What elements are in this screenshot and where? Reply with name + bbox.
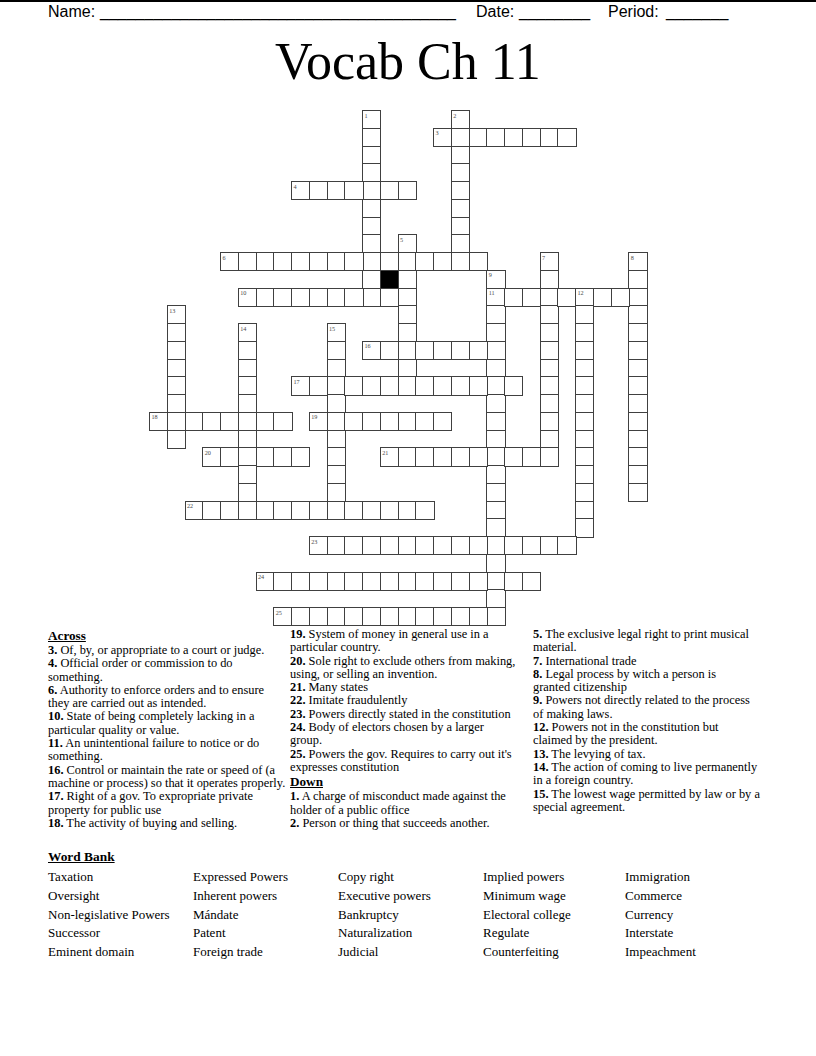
crossword-cell-r18c5[interactable] [238,430,257,449]
crossword-cell-r22c14[interactable] [398,501,417,520]
crossword-cell-r8c22[interactable]: 7 [540,252,559,271]
crossword-cell-r24c12[interactable] [362,536,381,555]
clue-number-10: 10 [240,289,246,296]
crossword-cell-r0c17[interactable]: 2 [451,110,470,129]
crossword-cell-r21c27[interactable] [628,483,647,502]
crossword-cell-r19c14[interactable] [398,447,417,466]
across-heading: Across [48,628,296,643]
crossword-cell-r14c24[interactable] [575,359,594,378]
crossword-cell-r15c1[interactable] [167,376,186,395]
word-bank-item: Copy right [338,868,483,887]
crossword-cell-r1c22[interactable] [540,128,559,147]
crossword-cell-r15c14[interactable] [398,376,417,395]
crossword-cell-r15c15[interactable] [415,376,434,395]
crossword-cell-r24c17[interactable] [451,536,470,555]
across-clue-19: 19. System of money in general use in a … [290,628,534,655]
crossword-cell-r21c10[interactable] [327,483,346,502]
crossword-cell-r17c22[interactable] [540,412,559,431]
crossword-cell-r22c13[interactable] [380,501,399,520]
crossword-cell-r20c24[interactable] [575,465,594,484]
clue-number-4: 4 [294,183,297,190]
crossword-cell-r8c7[interactable] [273,252,292,271]
crossword-cell-r22c2[interactable]: 22 [185,501,204,520]
name-label: Name: [48,3,95,21]
crossword-cell-r10c20[interactable] [504,288,523,307]
crossword-cell-r13c10[interactable] [327,341,346,360]
crossword-cell-r8c15[interactable] [415,252,434,271]
crossword-cell-r21c5[interactable] [238,483,257,502]
crossword-cell-r8c18[interactable] [469,252,488,271]
crossword-cell-r4c9[interactable] [309,181,328,200]
crossword-cell-r8c14[interactable] [398,252,417,271]
crossword-cell-r17c4[interactable] [220,412,239,431]
crossword-cell-r13c27[interactable] [628,341,647,360]
clue-number-13: 13 [169,307,175,314]
crossword-cell-r0c12[interactable]: 1 [362,110,381,129]
crossword-cell-r11c27[interactable] [628,305,647,324]
crossword-cell-r17c10[interactable] [327,412,346,431]
crossword-cell-r19c6[interactable] [256,447,275,466]
crossword-cell-r16c24[interactable] [575,394,594,413]
crossword-cell-r28c13[interactable] [380,607,399,626]
crossword-cell-r12c5[interactable]: 14 [238,323,257,342]
crossword-cell-r28c19[interactable] [486,607,505,626]
crossword-cell-r19c4[interactable] [220,447,239,466]
crossword-cell-r20c27[interactable] [628,465,647,484]
crossword-cell-r20c19[interactable] [486,465,505,484]
crossword-cell-r15c9[interactable] [309,376,328,395]
crossword-cell-r13c13[interactable] [380,341,399,360]
word-bank-item: Successor [48,924,193,943]
crossword-cell-r17c14[interactable] [398,412,417,431]
crossword-cell-r8c17[interactable] [451,252,470,271]
crossword-cell-r6c12[interactable] [362,217,381,236]
crossword-cell-r23c24[interactable] [575,518,594,537]
word-bank-item: Currency [625,906,755,925]
crossword-cell-r11c22[interactable] [540,305,559,324]
crossword-cell-r10c25[interactable] [593,288,612,307]
crossword-cell-r24c20[interactable] [504,536,523,555]
crossword-cell-r28c16[interactable] [433,607,452,626]
word-bank-item: Immigration [625,868,755,887]
crossword-cell-r9c19[interactable]: 9 [486,270,505,289]
word-bank-column-4: Implied powersMinimum wageElectoral coll… [483,868,625,962]
crossword-cell-r28c17[interactable] [451,607,470,626]
crossword-cell-r22c3[interactable] [202,501,221,520]
crossword-cell-r10c11[interactable] [344,288,363,307]
crossword-cell-r11c19[interactable] [486,305,505,324]
crossword-cell-r26c13[interactable] [380,572,399,591]
crossword-cell-r26c14[interactable] [398,572,417,591]
crossword-cell-r17c2[interactable] [185,412,204,431]
crossword-cell-r22c12[interactable] [362,501,381,520]
clue-number-18: 18 [152,413,158,420]
crossword-cell-r14c19[interactable] [486,359,505,378]
crossword-cell-r15c11[interactable] [344,376,363,395]
crossword-cell-r19c20[interactable] [504,447,523,466]
crossword-cell-r10c14[interactable] [398,288,417,307]
crossword-cell-r8c9[interactable] [309,252,328,271]
crossword-cell-r17c5[interactable] [238,412,257,431]
crossword-cell-r24c19[interactable] [486,536,505,555]
crossword-cell-r1c16[interactable]: 3 [433,128,452,147]
crossword-cell-r28c12[interactable] [362,607,381,626]
crossword-cell-r3c17[interactable] [451,163,470,182]
crossword-cell-r26c19[interactable] [486,572,505,591]
crossword-cell-r26c12[interactable] [362,572,381,591]
crossword-cell-r10c22[interactable] [540,288,559,307]
crossword-cell-r1c23[interactable] [557,128,576,147]
crossword-cell-r12c27[interactable] [628,323,647,342]
crossword-cell-r13c5[interactable] [238,341,257,360]
crossword-cell-r26c18[interactable] [469,572,488,591]
crossword-cell-r27c19[interactable] [486,589,505,608]
crossword-cell-r4c10[interactable] [327,181,346,200]
crossword-cell-r9c27[interactable] [628,270,647,289]
crossword-cell-r1c18[interactable] [469,128,488,147]
crossword-cell-r19c15[interactable] [415,447,434,466]
crossword-cell-r15c13[interactable] [380,376,399,395]
crossword-cell-r25c19[interactable] [486,554,505,573]
crossword-cell-r24c11[interactable] [344,536,363,555]
clue-number-20: 20 [205,449,211,456]
word-bank-item: Judicial [338,943,483,962]
crossword-cell-r15c17[interactable] [451,376,470,395]
crossword-cell-r19c5[interactable] [238,447,257,466]
crossword-cell-r17c15[interactable] [415,412,434,431]
crossword-cell-r28c9[interactable] [309,607,328,626]
word-bank-item: Counterfeiting [483,943,625,962]
crossword-cell-r19c17[interactable] [451,447,470,466]
crossword-cell-r4c8[interactable]: 4 [291,181,310,200]
word-bank-heading: Word Bank [48,849,788,864]
crossword-cell-r19c3[interactable]: 20 [202,447,221,466]
crossword-cell-r4c14[interactable] [398,181,417,200]
crossword-cell-r19c7[interactable] [273,447,292,466]
crossword-cell-r18c19[interactable] [486,430,505,449]
crossword-cell-r24c13[interactable] [380,536,399,555]
worksheet-header: Name: __________________________________… [0,2,816,26]
crossword-cell-r19c13[interactable]: 21 [380,447,399,466]
crossword-cell-r10c8[interactable] [291,288,310,307]
crossword-cell-r15c27[interactable] [628,376,647,395]
word-bank-column-3: Copy rightExecutive powersBankruptcyNatu… [338,868,483,962]
crossword-cell-r22c5[interactable] [238,501,257,520]
crossword-cell-r4c11[interactable] [344,181,363,200]
crossword-cell-r15c22[interactable] [540,376,559,395]
word-bank-item: Non-legislative Powers [48,906,193,925]
crossword-cell-r28c14[interactable] [398,607,417,626]
crossword-cell-r24c16[interactable] [433,536,452,555]
crossword-cell-r19c8[interactable] [291,447,310,466]
crossword-cell-r1c19[interactable] [486,128,505,147]
clue-number-5: 5 [400,236,403,243]
crossword-cell-r17c13[interactable] [380,412,399,431]
crossword-cell-r20c10[interactable] [327,465,346,484]
clue-number-22: 22 [187,502,193,509]
crossword-cell-r8c13[interactable] [380,252,399,271]
crossword-cell-r15c10[interactable] [327,376,346,395]
crossword-cell-r12c1[interactable] [167,323,186,342]
clue-number-9: 9 [489,271,492,278]
crossword-cell-r11c1[interactable]: 13 [167,305,186,324]
word-bank-item: Taxation [48,868,193,887]
crossword-cell-r13c1[interactable] [167,341,186,360]
crossword-cell-r10c21[interactable] [522,288,541,307]
crossword-cell-r19c16[interactable] [433,447,452,466]
crossword-cell-r10c13[interactable] [380,288,399,307]
period-blank-line: _______ [666,3,728,21]
down-clue-14: 14. The action of coming to live permane… [533,761,773,788]
crossword-cell-r16c22[interactable] [540,394,559,413]
crossword-cell-r24c10[interactable] [327,536,346,555]
crossword-cell-r4c13[interactable] [380,181,399,200]
crossword-cell-r24c15[interactable] [415,536,434,555]
crossword-cell-r10c9[interactable] [309,288,328,307]
crossword-cell-r10c23[interactable] [557,288,576,307]
crossword-cell-r17c3[interactable] [202,412,221,431]
crossword-cell-r26c8[interactable] [291,572,310,591]
crossword-cell-r19c24[interactable] [575,447,594,466]
crossword-cell-r18c24[interactable] [575,430,594,449]
crossword-cell-r8c27[interactable]: 8 [628,252,647,271]
clue-number-8: 8 [631,254,634,261]
crossword-cell-r17c19[interactable] [486,412,505,431]
crossword-cell-r26c21[interactable] [522,572,541,591]
crossword-cell-r26c15[interactable] [415,572,434,591]
crossword-cell-r17c24[interactable] [575,412,594,431]
crossword-cell-r16c1[interactable] [167,394,186,413]
crossword-cell-r24c21[interactable] [522,536,541,555]
across-clue-20: 20. Sole right to exclude others from ma… [290,655,534,682]
crossword-cell-r22c10[interactable] [327,501,346,520]
crossword-cell-r13c24[interactable] [575,341,594,360]
crossword-cell-r18c1[interactable] [167,430,186,449]
crossword-cell-r16c10[interactable] [327,394,346,413]
crossword-cell-r9c22[interactable] [540,270,559,289]
crossword-cell-r9c14[interactable] [398,270,417,289]
crossword-cell-r26c7[interactable] [273,572,292,591]
crossword-cell-r19c27[interactable] [628,447,647,466]
crossword-grid: 1234567891110121314151617181920212223242… [149,110,649,627]
clue-number-11: 11 [489,289,495,296]
crossword-cell-r22c19[interactable] [486,501,505,520]
crossword-cell-r1c21[interactable] [522,128,541,147]
crossword-cell-r22c11[interactable] [344,501,363,520]
crossword-cell-r14c10[interactable] [327,359,346,378]
crossword-cell-r16c27[interactable] [628,394,647,413]
down-clue-7: 7. International trade [533,655,773,668]
crossword-cell-r17c12[interactable] [362,412,381,431]
word-bank-column-1: TaxationOversightNon-legislative PowersS… [48,868,193,962]
crossword-cell-r14c27[interactable] [628,359,647,378]
down-clue-9: 9. Powers not directly related to the pr… [533,694,773,721]
clue-number-7: 7 [542,254,545,261]
crossword-cell-r19c21[interactable] [522,447,541,466]
crossword-cell-r24c23[interactable] [557,536,576,555]
crossword-cell-r14c14[interactable] [398,359,417,378]
crossword-cell-r15c12[interactable] [362,376,381,395]
crossword-cell-r22c9[interactable] [309,501,328,520]
word-bank-item: Bankruptcy [338,906,483,925]
crossword-cell-r13c19[interactable] [486,341,505,360]
across-clue-10: 10. State of being completely lacking in… [48,710,296,737]
crossword-cell-r10c12[interactable] [362,288,381,307]
crossword-cell-r16c5[interactable] [238,394,257,413]
crossword-cell-r26c17[interactable] [451,572,470,591]
crossword-cell-r10c6[interactable] [256,288,275,307]
crossword-cell-r13c15[interactable] [415,341,434,360]
crossword-cell-r2c12[interactable] [362,146,381,165]
crossword-cell-r17c27[interactable] [628,412,647,431]
crossword-cell-r12c24[interactable] [575,323,594,342]
crossword-cell-r15c5[interactable] [238,376,257,395]
crossword-cell-r21c24[interactable] [575,483,594,502]
crossword-cell-r18c22[interactable] [540,430,559,449]
clue-number-1: 1 [365,112,368,119]
crossword-cell-r7c12[interactable] [362,234,381,253]
clue-number-19: 19 [311,413,317,420]
crossword-cell-r17c6[interactable] [256,412,275,431]
crossword-cell-r19c18[interactable] [469,447,488,466]
crossword-cell-r28c8[interactable] [291,607,310,626]
across-clue-6: 6. Authority to enforce orders and to en… [48,684,296,711]
crossword-cell-r26c16[interactable] [433,572,452,591]
down-clue-1: 1. A charge of misconduct made against t… [290,790,534,817]
crossword-cell-r24c14[interactable] [398,536,417,555]
crossword-cell-r5c17[interactable] [451,199,470,218]
crossword-cell-r21c19[interactable] [486,483,505,502]
crossword-cell-r10c5[interactable]: 10 [238,288,257,307]
crossword-cell-r2c17[interactable] [451,146,470,165]
crossword-cell-r1c12[interactable] [362,128,381,147]
crossword-cell-r22c15[interactable] [415,501,434,520]
crossword-cell-r15c16[interactable] [433,376,452,395]
crossword-cell-r15c24[interactable] [575,376,594,395]
down-heading: Down [290,774,534,789]
crossword-cell-r8c11[interactable] [344,252,363,271]
crossword-cell-r17c9[interactable]: 19 [309,412,328,431]
crossword-cell-r8c12[interactable] [362,252,381,271]
crossword-cell-r4c12[interactable] [362,181,381,200]
crossword-cell-r8c16[interactable] [433,252,452,271]
crossword-cell-r17c16[interactable] [433,412,452,431]
crossword-cell-r7c17[interactable] [451,234,470,253]
crossword-cell-r10c10[interactable] [327,288,346,307]
crossword-cell-r18c27[interactable] [628,430,647,449]
crossword-cell-r13c17[interactable] [451,341,470,360]
crossword-cell-r13c16[interactable] [433,341,452,360]
crossword-cell-r14c1[interactable] [167,359,186,378]
crossword-cell-r15c8[interactable]: 17 [291,376,310,395]
crossword-cell-r10c27[interactable] [628,288,647,307]
crossword-cell-r23c19[interactable] [486,518,505,537]
crossword-cell-r28c10[interactable] [327,607,346,626]
crossword-cell-r9c12[interactable] [362,270,381,289]
crossword-cell-r22c8[interactable] [291,501,310,520]
crossword-cell-r26c6[interactable]: 24 [256,572,275,591]
crossword-cell-r7c14[interactable]: 5 [398,234,417,253]
crossword-cell-r10c24[interactable]: 12 [575,288,594,307]
crossword-cell-r15c20[interactable] [504,376,523,395]
crossword-cell-r13c22[interactable] [540,341,559,360]
crossword-cell-r20c5[interactable] [238,465,257,484]
crossword-cell-r12c19[interactable] [486,323,505,342]
crossword-cell-r5c12[interactable] [362,199,381,218]
crossword-cell-r1c20[interactable] [504,128,523,147]
crossword-cell-r8c5[interactable] [238,252,257,271]
crossword-cell-r28c18[interactable] [469,607,488,626]
crossword-cell-r1c17[interactable] [451,128,470,147]
crossword-cell-r18c10[interactable] [327,430,346,449]
crossword-cell-r28c15[interactable] [415,607,434,626]
crossword-cell-r14c22[interactable] [540,359,559,378]
crossword-cell-r10c19[interactable]: 11 [486,288,505,307]
crossword-cell-r3c12[interactable] [362,163,381,182]
crossword-cell-r14c5[interactable] [238,359,257,378]
crossword-cell-r8c10[interactable] [327,252,346,271]
clue-number-2: 2 [453,112,456,119]
crossword-cell-r8c6[interactable] [256,252,275,271]
crossword-cell-r12c10[interactable]: 15 [327,323,346,342]
crossword-cell-r15c18[interactable] [469,376,488,395]
crossword-cell-r13c14[interactable] [398,341,417,360]
crossword-cell-r16c19[interactable] [486,394,505,413]
crossword-cell-r12c22[interactable] [540,323,559,342]
crossword-cell-r26c11[interactable] [344,572,363,591]
crossword-cell-r22c6[interactable] [256,501,275,520]
crossword-cell-r17c7[interactable] [273,412,292,431]
crossword-cell-r12c14[interactable] [398,323,417,342]
crossword-cell-r10c7[interactable] [273,288,292,307]
crossword-cell-r13c18[interactable] [469,341,488,360]
crossword-cell-r22c24[interactable] [575,501,594,520]
crossword-cell-r17c1[interactable] [167,412,186,431]
word-bank-item: Implied powers [483,868,625,887]
crossword-cell-r26c20[interactable] [504,572,523,591]
crossword-cell-r19c10[interactable] [327,447,346,466]
crossword-cell-r28c7[interactable]: 25 [273,607,292,626]
crossword-cell-r26c10[interactable] [327,572,346,591]
crossword-cell-r17c11[interactable] [344,412,363,431]
crossword-cell-r4c17[interactable] [451,181,470,200]
crossword-cell-r17c0[interactable]: 18 [149,412,168,431]
crossword-cell-r15c19[interactable] [486,376,505,395]
word-bank-item: Foreign trade [193,943,338,962]
clue-number-12: 12 [578,289,584,296]
crossword-cell-r24c18[interactable] [469,536,488,555]
crossword-cell-r22c4[interactable] [220,501,239,520]
crossword-cell-r6c17[interactable] [451,217,470,236]
crossword-cell-r19c22[interactable] [540,447,559,466]
crossword-cell-r10c26[interactable] [611,288,630,307]
crossword-cell-r24c9[interactable]: 23 [309,536,328,555]
crossword-cell-r8c8[interactable] [291,252,310,271]
clue-number-6: 6 [223,254,226,261]
crossword-cell-r13c12[interactable]: 16 [362,341,381,360]
across-clue-23: 23. Powers directly stated in the consti… [290,708,534,721]
crossword-cell-r22c7[interactable] [273,501,292,520]
crossword-worksheet-page: { "game": "crossword", "header": { "name… [0,0,816,1056]
crossword-cell-r8c4[interactable]: 6 [220,252,239,271]
crossword-cell-r19c19[interactable] [486,447,505,466]
word-bank-item: Eminent domain [48,943,193,962]
crossword-cell-r26c9[interactable] [309,572,328,591]
crossword-cell-r11c14[interactable] [398,305,417,324]
crossword-cell-r24c22[interactable] [540,536,559,555]
crossword-cell-r11c24[interactable] [575,305,594,324]
crossword-cell-r28c11[interactable] [344,607,363,626]
